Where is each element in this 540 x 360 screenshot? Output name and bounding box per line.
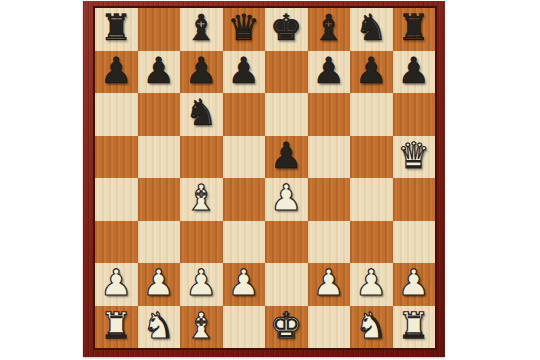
chess-board: ♜♝♛♚♝♞♜♟♟♟♟♟♟♟♞♟♛♝♟♟♟♟♟♟♟♟♜♞♝♚♞♜: [95, 8, 435, 348]
square-e6[interactable]: [265, 93, 308, 136]
black-queen: ♛: [228, 10, 260, 46]
square-e5[interactable]: ♟: [265, 136, 308, 179]
square-g4[interactable]: [350, 178, 393, 221]
black-bishop: ♝: [313, 10, 345, 46]
square-e1[interactable]: ♚: [265, 306, 308, 349]
white-pawn: ♟: [313, 265, 345, 301]
white-pawn: ♟: [228, 265, 260, 301]
white-bishop: ♝: [185, 180, 217, 216]
square-c2[interactable]: ♟: [180, 263, 223, 306]
square-b5[interactable]: [138, 136, 181, 179]
square-d4[interactable]: [223, 178, 266, 221]
square-d6[interactable]: [223, 93, 266, 136]
white-rook: ♜: [100, 308, 132, 344]
square-b6[interactable]: [138, 93, 181, 136]
black-pawn: ♟: [313, 53, 345, 89]
white-pawn: ♟: [143, 265, 175, 301]
white-rook: ♜: [398, 308, 430, 344]
white-pawn: ♟: [185, 265, 217, 301]
square-c6[interactable]: ♞: [180, 93, 223, 136]
square-f6[interactable]: [308, 93, 351, 136]
square-c5[interactable]: [180, 136, 223, 179]
white-knight: ♞: [143, 308, 175, 344]
square-a4[interactable]: [95, 178, 138, 221]
square-d5[interactable]: [223, 136, 266, 179]
black-rook: ♜: [398, 10, 430, 46]
black-pawn: ♟: [270, 138, 302, 174]
black-pawn: ♟: [143, 53, 175, 89]
square-c1[interactable]: ♝: [180, 306, 223, 349]
square-d8[interactable]: ♛: [223, 8, 266, 51]
square-b8[interactable]: [138, 8, 181, 51]
black-king: ♚: [270, 10, 302, 46]
square-c4[interactable]: ♝: [180, 178, 223, 221]
white-pawn: ♟: [100, 265, 132, 301]
white-pawn: ♟: [398, 265, 430, 301]
square-g5[interactable]: [350, 136, 393, 179]
square-d7[interactable]: ♟: [223, 51, 266, 94]
square-e3[interactable]: [265, 221, 308, 264]
square-a8[interactable]: ♜: [95, 8, 138, 51]
white-knight: ♞: [355, 308, 387, 344]
white-queen: ♛: [398, 138, 430, 174]
square-e8[interactable]: ♚: [265, 8, 308, 51]
black-pawn: ♟: [398, 53, 430, 89]
square-a1[interactable]: ♜: [95, 306, 138, 349]
white-king: ♚: [270, 308, 302, 344]
black-pawn: ♟: [228, 53, 260, 89]
square-g3[interactable]: [350, 221, 393, 264]
square-a2[interactable]: ♟: [95, 263, 138, 306]
square-f2[interactable]: ♟: [308, 263, 351, 306]
square-f4[interactable]: [308, 178, 351, 221]
square-a6[interactable]: [95, 93, 138, 136]
square-f7[interactable]: ♟: [308, 51, 351, 94]
white-pawn: ♟: [355, 265, 387, 301]
square-h5[interactable]: ♛: [393, 136, 436, 179]
square-e4[interactable]: ♟: [265, 178, 308, 221]
white-pawn: ♟: [270, 180, 302, 216]
black-pawn: ♟: [355, 53, 387, 89]
square-c8[interactable]: ♝: [180, 8, 223, 51]
square-f3[interactable]: [308, 221, 351, 264]
square-c3[interactable]: [180, 221, 223, 264]
white-bishop: ♝: [185, 308, 217, 344]
square-h4[interactable]: [393, 178, 436, 221]
square-a5[interactable]: [95, 136, 138, 179]
square-d1[interactable]: [223, 306, 266, 349]
square-e7[interactable]: [265, 51, 308, 94]
black-knight: ♞: [355, 10, 387, 46]
square-d3[interactable]: [223, 221, 266, 264]
square-a7[interactable]: ♟: [95, 51, 138, 94]
black-pawn: ♟: [100, 53, 132, 89]
square-e2[interactable]: [265, 263, 308, 306]
square-f5[interactable]: [308, 136, 351, 179]
black-rook: ♜: [100, 10, 132, 46]
square-f1[interactable]: [308, 306, 351, 349]
square-f8[interactable]: ♝: [308, 8, 351, 51]
square-h6[interactable]: [393, 93, 436, 136]
black-knight: ♞: [185, 95, 217, 131]
square-h1[interactable]: ♜: [393, 306, 436, 349]
board-frame: ♜♝♛♚♝♞♜♟♟♟♟♟♟♟♞♟♛♝♟♟♟♟♟♟♟♟♜♞♝♚♞♜: [83, 1, 445, 357]
square-g8[interactable]: ♞: [350, 8, 393, 51]
square-h3[interactable]: [393, 221, 436, 264]
square-b7[interactable]: ♟: [138, 51, 181, 94]
black-bishop: ♝: [185, 10, 217, 46]
square-c7[interactable]: ♟: [180, 51, 223, 94]
square-h2[interactable]: ♟: [393, 263, 436, 306]
black-pawn: ♟: [185, 53, 217, 89]
square-g6[interactable]: [350, 93, 393, 136]
square-a3[interactable]: [95, 221, 138, 264]
square-g1[interactable]: ♞: [350, 306, 393, 349]
square-g2[interactable]: ♟: [350, 263, 393, 306]
page: ♜♝♛♚♝♞♜♟♟♟♟♟♟♟♞♟♛♝♟♟♟♟♟♟♟♟♜♞♝♚♞♜: [0, 0, 540, 360]
square-b3[interactable]: [138, 221, 181, 264]
square-g7[interactable]: ♟: [350, 51, 393, 94]
square-d2[interactable]: ♟: [223, 263, 266, 306]
square-h8[interactable]: ♜: [393, 8, 436, 51]
square-h7[interactable]: ♟: [393, 51, 436, 94]
square-b1[interactable]: ♞: [138, 306, 181, 349]
square-b2[interactable]: ♟: [138, 263, 181, 306]
square-b4[interactable]: [138, 178, 181, 221]
